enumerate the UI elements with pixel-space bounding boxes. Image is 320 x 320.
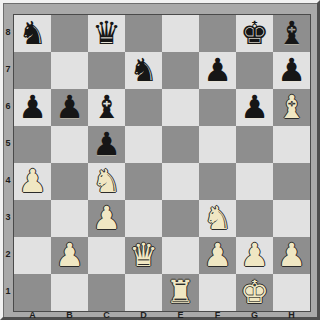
black-pawn[interactable]: ♟ [273,52,310,89]
square-f8[interactable] [199,15,236,52]
square-a6[interactable]: ♟ [14,89,51,126]
square-c4[interactable]: ♞ [88,163,125,200]
square-f1[interactable] [199,274,236,311]
rank-label-8: 8 [3,14,13,51]
white-bishop[interactable]: ♝ [273,89,310,126]
white-pawn[interactable]: ♟ [273,237,310,274]
square-h6[interactable]: ♝ [273,89,310,126]
square-d4[interactable] [125,163,162,200]
square-h2[interactable]: ♟ [273,237,310,274]
white-knight[interactable]: ♞ [199,200,236,237]
rank-label-5: 5 [3,125,13,162]
square-e6[interactable] [162,89,199,126]
file-label-e: E [162,311,199,320]
rank-label-1: 1 [3,273,13,310]
square-a1[interactable] [14,274,51,311]
square-a7[interactable] [14,52,51,89]
file-label-a: A [14,311,51,320]
black-knight[interactable]: ♞ [14,15,51,52]
square-h8[interactable]: ♝ [273,15,310,52]
board-frame: 87654321 ♞♛♚♝♞♟♟♟♟♝♟♝♟♟♞♟♞♟♛♟♟♟♜♚ ABCDEF… [0,0,320,320]
square-b1[interactable] [51,274,88,311]
square-d5[interactable] [125,126,162,163]
square-e7[interactable] [162,52,199,89]
square-c8[interactable]: ♛ [88,15,125,52]
square-g3[interactable] [236,200,273,237]
square-h4[interactable] [273,163,310,200]
square-e4[interactable] [162,163,199,200]
white-queen[interactable]: ♛ [125,237,162,274]
file-label-c: C [88,311,125,320]
rank-label-3: 3 [3,199,13,236]
rank-labels: 87654321 [3,14,13,310]
file-label-g: G [236,311,273,320]
square-d8[interactable] [125,15,162,52]
black-pawn[interactable]: ♟ [51,89,88,126]
square-b2[interactable]: ♟ [51,237,88,274]
white-pawn[interactable]: ♟ [236,237,273,274]
file-label-f: F [199,311,236,320]
square-c2[interactable] [88,237,125,274]
square-f5[interactable] [199,126,236,163]
square-b6[interactable]: ♟ [51,89,88,126]
square-g7[interactable] [236,52,273,89]
square-h3[interactable] [273,200,310,237]
square-g5[interactable] [236,126,273,163]
square-g6[interactable]: ♟ [236,89,273,126]
file-labels: ABCDEFGH [14,311,310,320]
square-b4[interactable] [51,163,88,200]
square-d3[interactable] [125,200,162,237]
square-g8[interactable]: ♚ [236,15,273,52]
file-label-b: B [51,311,88,320]
square-h7[interactable]: ♟ [273,52,310,89]
square-a4[interactable]: ♟ [14,163,51,200]
square-g1[interactable]: ♚ [236,274,273,311]
square-f2[interactable]: ♟ [199,237,236,274]
square-e8[interactable] [162,15,199,52]
square-e1[interactable]: ♜ [162,274,199,311]
black-queen[interactable]: ♛ [88,15,125,52]
black-pawn[interactable]: ♟ [236,89,273,126]
square-c3[interactable]: ♟ [88,200,125,237]
square-c6[interactable]: ♝ [88,89,125,126]
rank-label-7: 7 [3,51,13,88]
square-d6[interactable] [125,89,162,126]
square-d7[interactable]: ♞ [125,52,162,89]
square-d1[interactable] [125,274,162,311]
square-a8[interactable]: ♞ [14,15,51,52]
square-e5[interactable] [162,126,199,163]
black-king[interactable]: ♚ [236,15,273,52]
square-b5[interactable] [51,126,88,163]
file-label-d: D [125,311,162,320]
black-bishop[interactable]: ♝ [88,89,125,126]
file-label-h: H [273,311,310,320]
square-c5[interactable]: ♟ [88,126,125,163]
square-b3[interactable] [51,200,88,237]
square-g2[interactable]: ♟ [236,237,273,274]
square-c1[interactable] [88,274,125,311]
white-rook[interactable]: ♜ [162,274,199,311]
square-a3[interactable] [14,200,51,237]
rank-label-4: 4 [3,162,13,199]
white-pawn[interactable]: ♟ [51,237,88,274]
square-e3[interactable] [162,200,199,237]
rank-label-2: 2 [3,236,13,273]
black-pawn[interactable]: ♟ [14,89,51,126]
square-h5[interactable] [273,126,310,163]
square-b7[interactable] [51,52,88,89]
square-g4[interactable] [236,163,273,200]
white-pawn[interactable]: ♟ [199,237,236,274]
square-c7[interactable] [88,52,125,89]
rank-label-6: 6 [3,88,13,125]
black-bishop[interactable]: ♝ [273,15,310,52]
square-f7[interactable]: ♟ [199,52,236,89]
square-e2[interactable] [162,237,199,274]
black-pawn[interactable]: ♟ [88,126,125,163]
square-d2[interactable]: ♛ [125,237,162,274]
white-pawn[interactable]: ♟ [14,163,51,200]
black-knight[interactable]: ♞ [125,52,162,89]
square-a2[interactable] [14,237,51,274]
square-h1[interactable] [273,274,310,311]
square-f6[interactable] [199,89,236,126]
square-f3[interactable]: ♞ [199,200,236,237]
white-king[interactable]: ♚ [236,274,273,311]
square-f4[interactable] [199,163,236,200]
white-pawn[interactable]: ♟ [88,200,125,237]
square-a5[interactable] [14,126,51,163]
chess-board: ♞♛♚♝♞♟♟♟♟♝♟♝♟♟♞♟♞♟♛♟♟♟♜♚ [13,14,311,312]
black-pawn[interactable]: ♟ [199,52,236,89]
square-b8[interactable] [51,15,88,52]
white-knight[interactable]: ♞ [88,163,125,200]
